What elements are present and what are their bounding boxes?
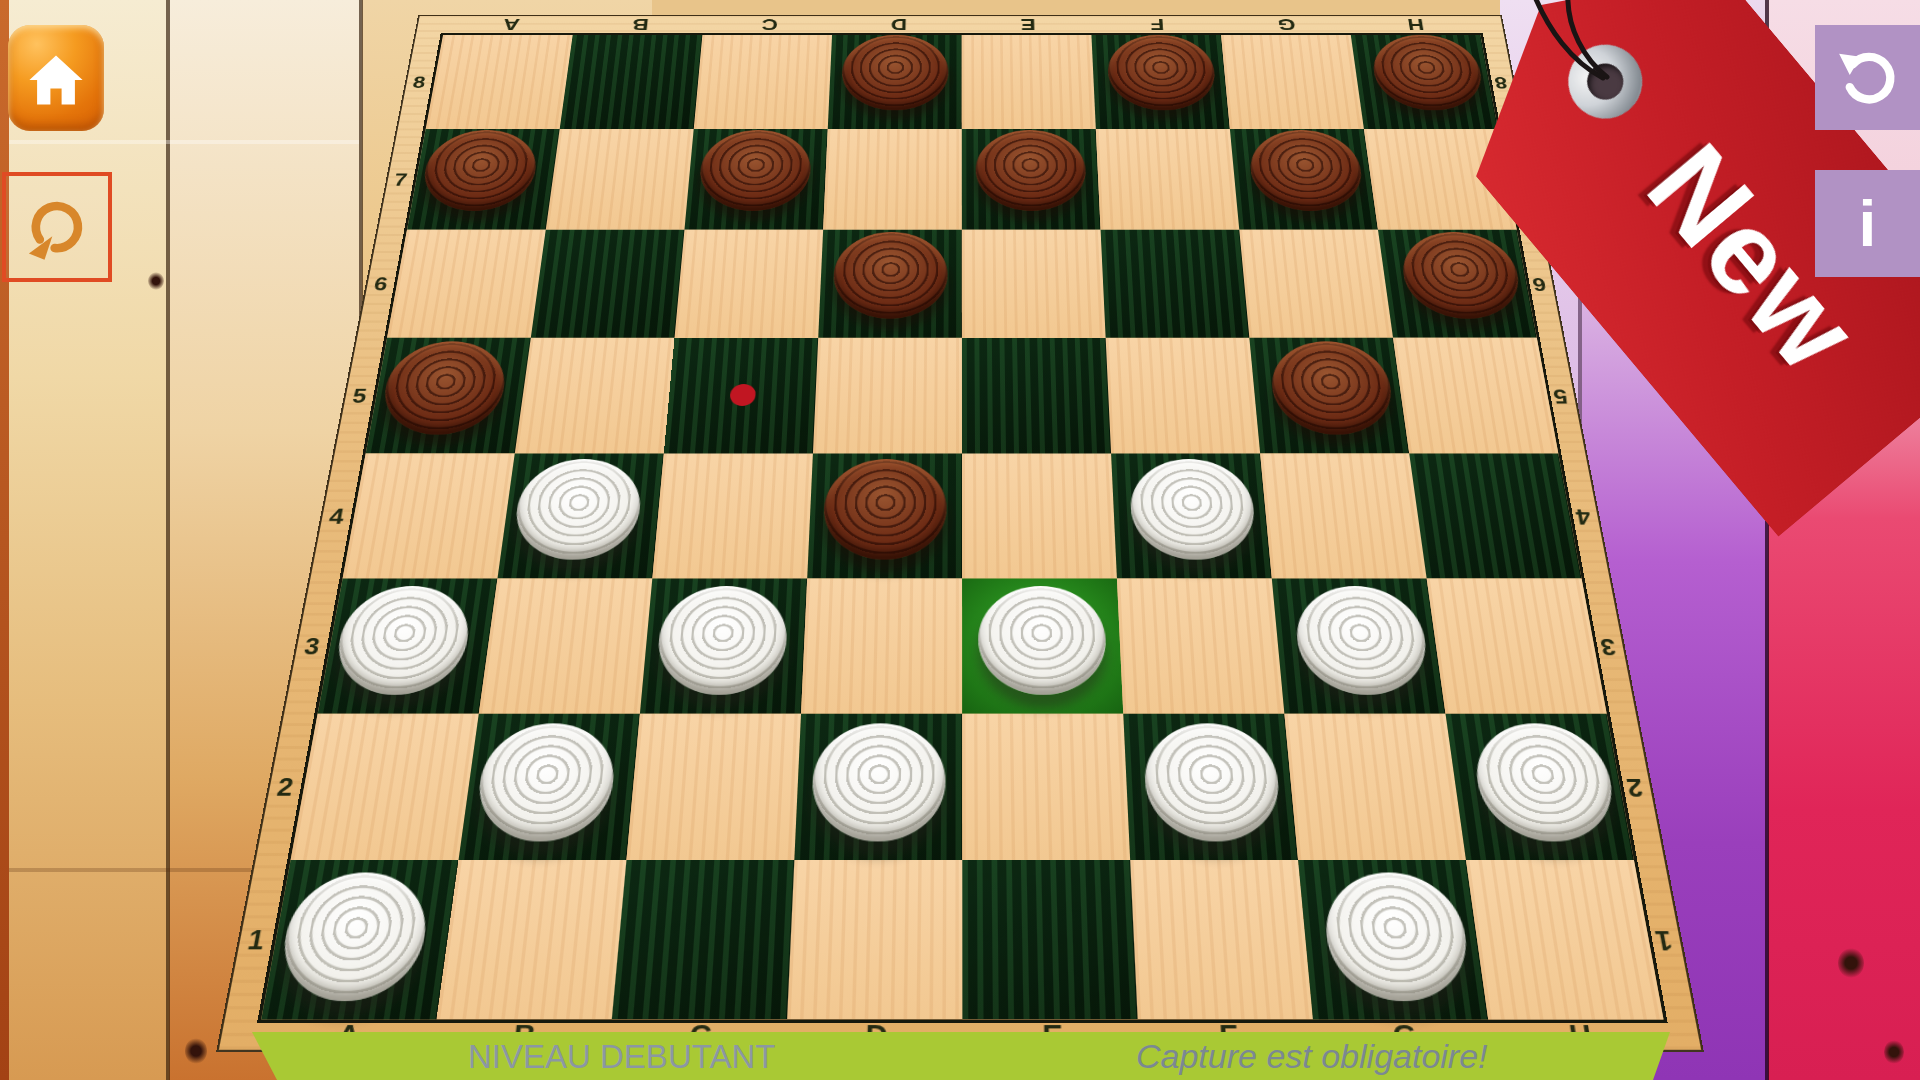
square-e1[interactable]: [962, 860, 1137, 1019]
plank-joint: [9, 140, 359, 144]
square-g1[interactable]: [1298, 860, 1488, 1019]
board-grid: [257, 33, 1668, 1023]
square-g3[interactable]: [1272, 579, 1446, 714]
home-icon: [21, 43, 91, 113]
square-e3[interactable]: [962, 579, 1123, 714]
square-c2[interactable]: [626, 714, 801, 860]
restart-button[interactable]: [2, 172, 112, 282]
square-b1[interactable]: [437, 860, 627, 1019]
tag-grommet-icon: [1553, 29, 1657, 133]
white-piece-g1[interactable]: [1320, 872, 1474, 1001]
square-c1[interactable]: [612, 860, 795, 1019]
square-c6[interactable]: [675, 230, 824, 338]
dark-piece-d8[interactable]: [841, 35, 949, 111]
square-c4[interactable]: [652, 454, 813, 579]
dark-piece-d6[interactable]: [832, 232, 948, 319]
square-h1[interactable]: [1466, 860, 1664, 1019]
white-piece-b4[interactable]: [510, 459, 645, 560]
square-e6[interactable]: [962, 230, 1106, 338]
white-piece-f2[interactable]: [1142, 723, 1283, 841]
dark-piece-a5[interactable]: [377, 341, 510, 434]
square-g2[interactable]: [1284, 714, 1466, 860]
square-a5[interactable]: [366, 338, 531, 454]
square-e5[interactable]: [962, 338, 1111, 454]
white-piece-d2[interactable]: [810, 723, 946, 841]
square-b8[interactable]: [560, 35, 703, 129]
square-f8[interactable]: [1091, 35, 1229, 129]
square-d3[interactable]: [801, 579, 962, 714]
game-screen: ABCDEFGH ABCDEFGH 87654321 87654321 i Ne…: [0, 0, 1920, 1080]
file-labels-top: ABCDEFGH: [445, 17, 1482, 33]
square-b6[interactable]: [531, 230, 685, 338]
file-label-top-c: C: [704, 17, 834, 33]
square-f7[interactable]: [1096, 129, 1239, 230]
square-h5[interactable]: [1393, 338, 1558, 454]
square-g4[interactable]: [1260, 454, 1427, 579]
square-g5[interactable]: [1249, 338, 1409, 454]
dark-piece-e7[interactable]: [975, 130, 1087, 211]
square-b5[interactable]: [515, 338, 675, 454]
square-d8[interactable]: [828, 35, 962, 129]
plank-seam: [166, 0, 170, 1080]
file-label-top-d: D: [834, 17, 964, 33]
white-piece-b2[interactable]: [472, 723, 619, 841]
file-label-top-h: H: [1350, 17, 1482, 33]
square-c5[interactable]: [664, 338, 818, 454]
wood-knot: [148, 272, 164, 290]
dark-piece-g5[interactable]: [1268, 341, 1397, 434]
square-c8[interactable]: [694, 35, 832, 129]
dark-piece-g7[interactable]: [1247, 130, 1367, 211]
white-piece-f4[interactable]: [1128, 459, 1258, 560]
square-d6[interactable]: [818, 230, 962, 338]
square-a8[interactable]: [426, 35, 573, 129]
square-a4[interactable]: [343, 454, 515, 579]
square-g7[interactable]: [1230, 129, 1378, 230]
undo-arrow-icon: [1830, 40, 1906, 116]
square-a1[interactable]: [261, 860, 458, 1019]
file-label-top-a: A: [445, 17, 577, 33]
square-f5[interactable]: [1106, 338, 1261, 454]
white-piece-a1[interactable]: [274, 872, 434, 1001]
square-b2[interactable]: [459, 714, 640, 860]
square-d4[interactable]: [807, 454, 962, 579]
status-bar: NIVEAU DEBUTANT Capture est obligatoire!: [252, 1032, 1670, 1080]
wood-plank: [0, 0, 9, 1080]
wood-knot: [1838, 948, 1864, 978]
square-d5[interactable]: [813, 338, 962, 454]
file-label-top-e: E: [963, 17, 1093, 33]
dark-piece-c7[interactable]: [697, 130, 813, 211]
restart-icon: [18, 188, 96, 266]
level-label: NIVEAU DEBUTANT: [468, 1038, 775, 1076]
square-f4[interactable]: [1111, 454, 1272, 579]
dark-piece-a7[interactable]: [418, 130, 541, 211]
square-a6[interactable]: [387, 230, 546, 338]
square-g6[interactable]: [1239, 230, 1393, 338]
square-b4[interactable]: [497, 454, 663, 579]
square-d7[interactable]: [823, 129, 962, 230]
square-e8[interactable]: [962, 35, 1096, 129]
square-c3[interactable]: [640, 579, 807, 714]
square-b7[interactable]: [546, 129, 694, 230]
square-e2[interactable]: [962, 714, 1130, 860]
white-piece-a3[interactable]: [330, 586, 475, 695]
undo-button[interactable]: [1815, 25, 1920, 130]
wood-knot: [1884, 1040, 1904, 1064]
dark-piece-f8[interactable]: [1106, 35, 1218, 111]
square-h8[interactable]: [1351, 35, 1498, 129]
dark-piece-h6[interactable]: [1397, 232, 1525, 319]
square-f1[interactable]: [1130, 860, 1313, 1019]
square-g8[interactable]: [1221, 35, 1364, 129]
square-a2[interactable]: [291, 714, 479, 860]
square-h3[interactable]: [1427, 579, 1607, 714]
home-button[interactable]: [8, 25, 104, 131]
square-b3[interactable]: [479, 579, 653, 714]
dark-piece-d4[interactable]: [822, 459, 947, 560]
square-e4[interactable]: [962, 454, 1117, 579]
info-button[interactable]: i: [1815, 170, 1920, 277]
square-d1[interactable]: [787, 860, 962, 1019]
file-label-top-f: F: [1092, 17, 1222, 33]
square-h4[interactable]: [1409, 454, 1581, 579]
square-h6[interactable]: [1378, 230, 1537, 338]
square-f2[interactable]: [1123, 714, 1298, 860]
wood-plank: [9, 0, 169, 1080]
square-e7[interactable]: [962, 129, 1101, 230]
white-piece-e3[interactable]: [978, 586, 1108, 695]
square-f6[interactable]: [1101, 230, 1250, 338]
square-d2[interactable]: [794, 714, 962, 860]
square-a7[interactable]: [407, 129, 560, 230]
square-f3[interactable]: [1117, 579, 1284, 714]
rule-message-label: Capture est obligatoire!: [1136, 1037, 1488, 1076]
info-icon: i: [1859, 187, 1877, 261]
dark-piece-h8[interactable]: [1369, 35, 1488, 111]
file-label-top-g: G: [1221, 17, 1352, 33]
white-piece-g3[interactable]: [1292, 586, 1433, 695]
wood-knot: [185, 1038, 207, 1064]
white-piece-h2[interactable]: [1469, 723, 1621, 841]
square-a3[interactable]: [318, 579, 498, 714]
square-h2[interactable]: [1446, 714, 1634, 860]
move-indicator-dot: [729, 384, 756, 406]
square-c7[interactable]: [684, 129, 827, 230]
white-piece-c3[interactable]: [654, 586, 789, 695]
file-label-top-b: B: [575, 17, 706, 33]
